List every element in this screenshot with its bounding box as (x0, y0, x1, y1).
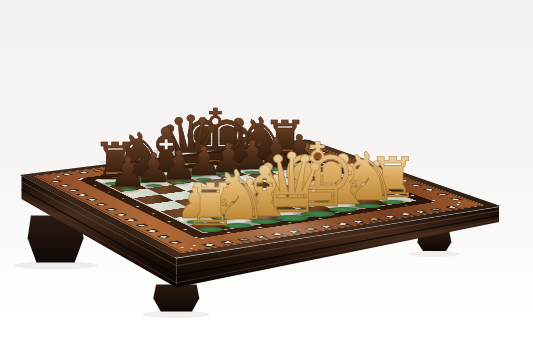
inlay-motif (124, 218, 138, 222)
pearl-diamond-inlay (70, 190, 77, 191)
pearl-corner-dots (174, 243, 202, 251)
pearl-diamond-inlay (403, 213, 409, 215)
inlay-motif (85, 198, 99, 201)
pearl-diamond-inlay (240, 239, 247, 241)
inlay-motif (236, 237, 251, 241)
inlay-motif (145, 229, 160, 233)
pearl-diamond-inlay (64, 174, 70, 175)
pearl-diamond-inlay (61, 185, 67, 186)
inlay-motif (270, 232, 285, 236)
pearl-diamond-inlay (452, 198, 458, 200)
pearl-x-inlay (220, 241, 232, 244)
inlay-motif (398, 212, 413, 216)
inlay-motif (58, 184, 71, 187)
inlay-motif (253, 235, 268, 239)
pearl-x-inlay (445, 206, 457, 209)
pearl-dot (121, 198, 125, 199)
inlay-motif (75, 193, 88, 196)
pearl-diamond-inlay (88, 199, 95, 201)
pearl-dot (432, 200, 436, 201)
pearl-diamond-inlay (79, 194, 86, 196)
pearl-diamond-inlay (433, 209, 439, 211)
inlay-motif (113, 213, 127, 217)
pearl-corner-dots (41, 174, 64, 180)
pearl-diamond-inlay (159, 236, 166, 238)
pearl-diamond-inlay (98, 204, 105, 206)
inlay-motif (443, 205, 458, 209)
pearl-diamond-inlay (171, 241, 178, 243)
pearl-diamond-inlay (138, 225, 145, 227)
pearl-x-inlay (255, 235, 267, 238)
inlay-motif (94, 203, 108, 207)
piece-glyph: ♟ (110, 152, 146, 193)
pearl-dot (151, 213, 155, 214)
inlay-motif (66, 189, 79, 192)
piece-glyph: ♜ (185, 176, 237, 234)
inlay-motif (61, 173, 74, 176)
pearl-diamond-inlay (107, 209, 114, 211)
inlay-motif (76, 171, 89, 174)
pearl-diamond-inlay (426, 189, 432, 190)
pearl-diamond-inlay (52, 181, 58, 182)
pearl-dot (167, 221, 171, 222)
inlay-motif (134, 223, 149, 227)
pearl-diamond-inlay (274, 233, 281, 235)
chess-set-photo-scene: ♜♜♞♞♝♝♛♛♚♚♝♝♞♞♜♜♟♟♟♟♟♟♟♟♟♟♟♟♟♟♟♟♟♟♟♟♟♟♟♟… (0, 0, 533, 355)
inlay-motif (422, 188, 436, 191)
pearl-dot (136, 206, 140, 207)
inlay-motif (428, 208, 443, 212)
pearl-x-inlay (77, 171, 87, 173)
pearl-dot (78, 179, 82, 180)
inlay-motif (155, 235, 170, 239)
inlay-motif (49, 180, 62, 183)
pearl-diamond-inlay (148, 230, 155, 232)
inlay-motif (104, 208, 118, 212)
inlay-motif (435, 193, 449, 196)
pearl-x-inlay (415, 210, 427, 213)
pearl-dot (80, 178, 84, 179)
pearl-diamond-inlay (439, 194, 445, 196)
inlay-motif (413, 210, 428, 214)
pearl-diamond-inlay (127, 219, 134, 221)
pearl-diamond-inlay (117, 214, 124, 216)
pearl-diamond-inlay (205, 244, 212, 246)
inlay-motif (219, 240, 234, 244)
inlay-motif (201, 243, 216, 247)
